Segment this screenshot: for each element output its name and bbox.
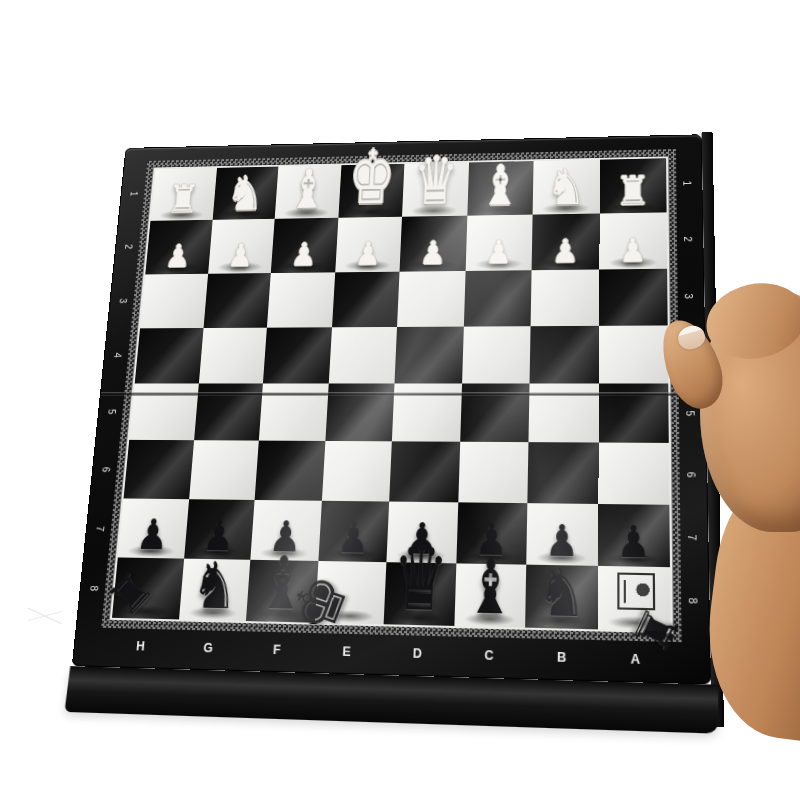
- white-knight-g1[interactable]: ♞: [225, 170, 266, 218]
- file-label-F: F: [242, 635, 313, 664]
- square-d1[interactable]: ♛: [402, 162, 469, 216]
- fold-seam: [101, 392, 705, 396]
- square-b4[interactable]: [530, 326, 599, 384]
- square-g6[interactable]: [189, 440, 259, 499]
- white-pawn-e2[interactable]: ♟: [354, 238, 381, 270]
- square-b6[interactable]: [527, 442, 598, 503]
- file-label-C: C: [453, 641, 526, 671]
- rank-label-right-2: 2: [657, 228, 719, 249]
- rank-label-left-3: 3: [95, 290, 153, 310]
- square-c4[interactable]: [462, 326, 531, 384]
- rank-label-right-6: 6: [659, 463, 724, 486]
- square-d3[interactable]: [397, 270, 465, 326]
- file-label-G: G: [174, 634, 244, 663]
- rank-label-left-7: 7: [70, 517, 130, 539]
- white-bishop-c1[interactable]: ♝: [480, 158, 520, 214]
- white-pawn-h2[interactable]: ♟: [164, 241, 192, 273]
- black-pawn-e7[interactable]: ♟: [336, 516, 371, 559]
- square-d4[interactable]: [394, 326, 463, 383]
- square-b8[interactable]: ♞: [525, 564, 598, 629]
- square-c1[interactable]: ♝: [467, 161, 534, 216]
- black-queen-d8[interactable]: ♛: [391, 533, 450, 624]
- square-e4[interactable]: [328, 327, 397, 384]
- white-pawn-g2[interactable]: ♟: [227, 240, 255, 272]
- clasp-dot: [679, 351, 701, 374]
- square-f1[interactable]: ♝: [275, 165, 341, 219]
- black-pawn-a7[interactable]: ♟: [616, 520, 651, 565]
- rank-label-right-5: 5: [659, 403, 723, 425]
- page-background: { "game": "chess", "scene": { "descripti…: [0, 0, 800, 800]
- square-f4[interactable]: [263, 327, 332, 383]
- square-f2[interactable]: ♟: [271, 218, 338, 273]
- square-d6[interactable]: [389, 442, 460, 502]
- rank-label-right-1: 1: [657, 173, 718, 194]
- black-bishop-c8[interactable]: ♝: [465, 550, 516, 626]
- rank-label-right-3: 3: [658, 285, 721, 306]
- black-knight-g8[interactable]: ♞: [189, 554, 240, 619]
- white-rook-h1[interactable]: ♜: [165, 180, 201, 219]
- square-e3[interactable]: [332, 271, 400, 327]
- square-e1[interactable]: ♚: [338, 164, 404, 218]
- rank-label-left-8: 8: [64, 577, 125, 600]
- white-pawn-f2[interactable]: ♟: [290, 239, 317, 271]
- black-pawn-h7[interactable]: ♟: [135, 514, 170, 556]
- chess-board: 12345678 12345678 HGFEDCBA ♜♞♝♚♛♝♞♜♟♟♟♟♟…: [72, 134, 711, 684]
- square-e6[interactable]: [321, 441, 391, 501]
- square-b3[interactable]: [531, 269, 599, 326]
- rank-label-left-4: 4: [89, 345, 147, 365]
- white-pawn-d2[interactable]: ♟: [419, 237, 446, 269]
- square-f6[interactable]: [255, 441, 325, 500]
- rank-label-right-7: 7: [660, 525, 726, 549]
- white-rook-a1[interactable]: ♜: [615, 171, 651, 212]
- white-knight-b1[interactable]: ♞: [546, 163, 586, 213]
- file-label-E: E: [311, 637, 383, 666]
- white-bishop-f1[interactable]: ♝: [287, 162, 328, 217]
- square-g4[interactable]: [198, 327, 267, 383]
- rank-label-right-8: 8: [660, 589, 727, 614]
- rank-label-left-5: 5: [83, 401, 142, 422]
- square-e2[interactable]: ♟: [335, 217, 402, 272]
- rank-label-left-6: 6: [77, 459, 137, 481]
- square-e8[interactable]: ♚: [314, 561, 386, 625]
- square-d8[interactable]: ♛: [384, 562, 456, 626]
- file-label-B: B: [525, 643, 598, 673]
- background-scuff-mark: [28, 608, 62, 624]
- board-frame: 12345678 12345678 HGFEDCBA ♜♞♝♚♛♝♞♜♟♟♟♟♟…: [72, 134, 711, 684]
- file-label-H: H: [106, 632, 176, 661]
- white-pawn-b2[interactable]: ♟: [552, 235, 579, 268]
- rank-label-left-1: 1: [106, 184, 163, 204]
- white-pawn-a2[interactable]: ♟: [619, 234, 646, 267]
- square-d2[interactable]: ♟: [400, 216, 467, 271]
- square-c2[interactable]: ♟: [465, 215, 532, 271]
- square-c3[interactable]: [463, 270, 531, 327]
- square-e7[interactable]: ♟: [318, 500, 389, 562]
- white-pawn-c2[interactable]: ♟: [485, 236, 512, 269]
- file-label-D: D: [382, 639, 454, 669]
- rank-label-left-2: 2: [100, 237, 157, 257]
- white-queen-d1[interactable]: ♛: [412, 148, 459, 215]
- square-g8[interactable]: ♞: [179, 558, 251, 621]
- square-g3[interactable]: [203, 273, 271, 328]
- square-c8[interactable]: ♝: [454, 563, 526, 627]
- square-b1[interactable]: ♞: [533, 160, 600, 215]
- square-b2[interactable]: ♟: [532, 214, 600, 270]
- black-knight-b8[interactable]: ♞: [536, 559, 586, 627]
- square-g1[interactable]: ♞: [212, 167, 278, 220]
- file-label-A: A: [599, 644, 673, 674]
- square-c6[interactable]: [458, 442, 529, 503]
- white-king-e1[interactable]: ♚: [347, 141, 397, 216]
- square-f3[interactable]: [267, 272, 335, 328]
- square-g2[interactable]: ♟: [208, 219, 275, 273]
